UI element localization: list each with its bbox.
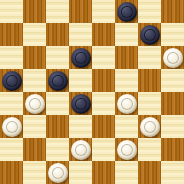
white-man-g3[interactable]	[140, 117, 160, 137]
square-h7	[161, 23, 184, 46]
square-c1[interactable]	[46, 161, 69, 184]
black-man-a5[interactable]	[2, 71, 22, 91]
square-a8	[0, 0, 23, 23]
square-e4	[92, 92, 115, 115]
square-b2[interactable]	[23, 138, 46, 161]
square-b1	[23, 161, 46, 184]
square-a1[interactable]	[0, 161, 23, 184]
square-c3[interactable]	[46, 115, 69, 138]
square-e5[interactable]	[92, 69, 115, 92]
square-d1	[69, 161, 92, 184]
square-f1	[115, 161, 138, 184]
square-d6[interactable]	[69, 46, 92, 69]
square-f7	[115, 23, 138, 46]
black-man-c5[interactable]	[48, 71, 68, 91]
square-d3	[69, 115, 92, 138]
square-a3[interactable]	[0, 115, 23, 138]
square-a2	[0, 138, 23, 161]
square-a6	[0, 46, 23, 69]
white-man-d2[interactable]	[71, 140, 91, 160]
square-a7[interactable]	[0, 23, 23, 46]
square-b3	[23, 115, 46, 138]
checkers-board	[0, 0, 184, 184]
white-man-c1[interactable]	[48, 163, 68, 183]
square-e8	[92, 0, 115, 23]
square-e3[interactable]	[92, 115, 115, 138]
square-f2[interactable]	[115, 138, 138, 161]
square-h5	[161, 69, 184, 92]
square-h6[interactable]	[161, 46, 184, 69]
square-c7[interactable]	[46, 23, 69, 46]
square-b6[interactable]	[23, 46, 46, 69]
square-f6[interactable]	[115, 46, 138, 69]
square-d8[interactable]	[69, 0, 92, 23]
square-d4[interactable]	[69, 92, 92, 115]
square-h4[interactable]	[161, 92, 184, 115]
square-c4	[46, 92, 69, 115]
square-g8	[138, 0, 161, 23]
white-man-f2[interactable]	[117, 140, 137, 160]
square-f4[interactable]	[115, 92, 138, 115]
square-c6	[46, 46, 69, 69]
square-b7	[23, 23, 46, 46]
square-g4	[138, 92, 161, 115]
black-man-d4[interactable]	[71, 94, 91, 114]
black-man-f8[interactable]	[117, 2, 137, 22]
square-c8	[46, 0, 69, 23]
square-c2	[46, 138, 69, 161]
square-f3	[115, 115, 138, 138]
square-g7[interactable]	[138, 23, 161, 46]
square-e7[interactable]	[92, 23, 115, 46]
square-c5[interactable]	[46, 69, 69, 92]
white-man-b4[interactable]	[25, 94, 45, 114]
square-b4[interactable]	[23, 92, 46, 115]
square-g2	[138, 138, 161, 161]
white-man-h6[interactable]	[163, 48, 183, 68]
square-h2[interactable]	[161, 138, 184, 161]
white-man-f4[interactable]	[117, 94, 137, 114]
black-man-g7[interactable]	[140, 25, 160, 45]
square-a5[interactable]	[0, 69, 23, 92]
square-e6	[92, 46, 115, 69]
square-d5	[69, 69, 92, 92]
square-d2[interactable]	[69, 138, 92, 161]
square-g3[interactable]	[138, 115, 161, 138]
square-a4	[0, 92, 23, 115]
square-h8[interactable]	[161, 0, 184, 23]
square-g5[interactable]	[138, 69, 161, 92]
square-g6	[138, 46, 161, 69]
square-e2	[92, 138, 115, 161]
square-e1[interactable]	[92, 161, 115, 184]
black-man-d6[interactable]	[71, 48, 91, 68]
square-b8[interactable]	[23, 0, 46, 23]
square-f5	[115, 69, 138, 92]
square-g1[interactable]	[138, 161, 161, 184]
square-b5	[23, 69, 46, 92]
square-h1	[161, 161, 184, 184]
white-man-a3[interactable]	[2, 117, 22, 137]
square-d7	[69, 23, 92, 46]
square-f8[interactable]	[115, 0, 138, 23]
square-h3	[161, 115, 184, 138]
